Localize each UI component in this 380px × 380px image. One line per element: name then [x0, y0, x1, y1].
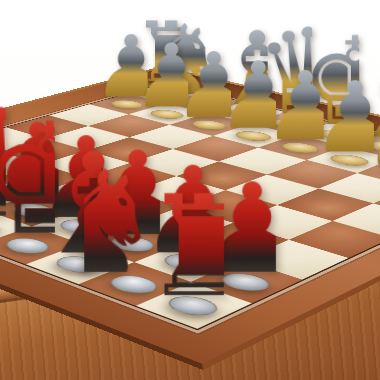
scene: ♜♞♝♛♚♝♞♜♟♟♟♟♟♟♟♟♟♟♟♟♟♟♟♟♜♞♝♛♚♝♞♜ [0, 0, 380, 380]
chessboard: ♜♞♝♛♚♝♞♜♟♟♟♟♟♟♟♟♟♟♟♟♟♟♟♟♜♞♝♛♚♝♞♜ [0, 84, 380, 329]
square-h1[interactable]: ♜ [136, 282, 252, 329]
piece-red-rook[interactable]: ♜ [142, 184, 225, 310]
board-frame: ♜♞♝♛♚♝♞♜♟♟♟♟♟♟♟♟♟♟♟♟♟♟♟♟♜♞♝♛♚♝♞♜ [0, 66, 380, 370]
piece-silver-pawn[interactable]: ♟ [363, 85, 380, 175]
chess-set-photo: ♜♞♝♛♚♝♞♜♟♟♟♟♟♟♟♟♟♟♟♟♟♟♟♟♜♞♝♛♚♝♞♜ [0, 0, 380, 380]
